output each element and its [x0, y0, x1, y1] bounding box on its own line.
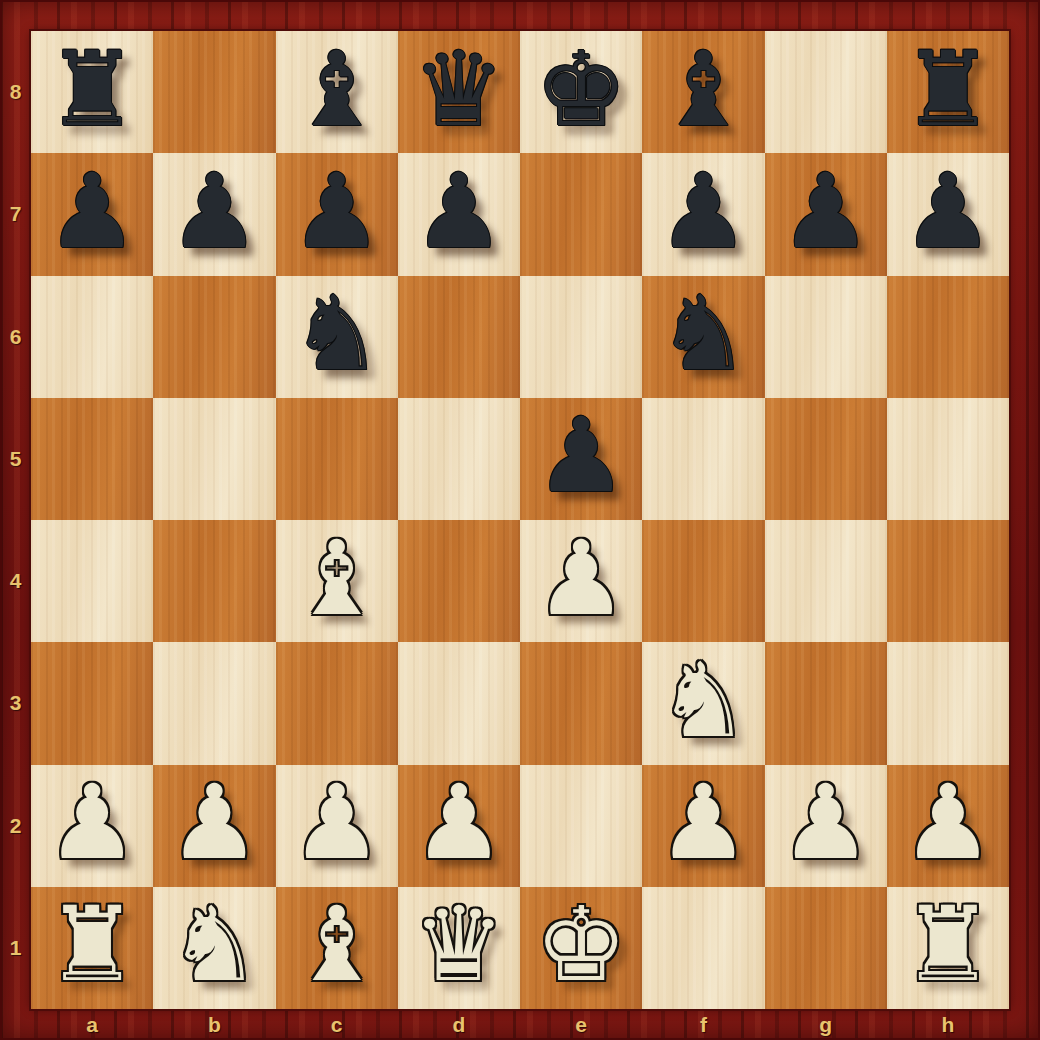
square-e8[interactable]: ♚ [520, 31, 642, 153]
file-label-d: d [398, 1009, 520, 1040]
square-e7[interactable] [520, 153, 642, 275]
white-bishop[interactable]: ♝ [290, 893, 382, 996]
square-a5[interactable] [31, 398, 153, 520]
square-a4[interactable] [31, 520, 153, 642]
square-b3[interactable] [153, 642, 275, 764]
black-pawn[interactable]: ♟ [902, 160, 994, 263]
rank-label-1: 1 [0, 887, 31, 1009]
white-rook[interactable]: ♜ [902, 893, 994, 996]
white-pawn[interactable]: ♟ [657, 771, 749, 874]
square-e1[interactable]: ♚ [520, 887, 642, 1009]
square-f6[interactable]: ♞ [642, 276, 764, 398]
square-d4[interactable] [398, 520, 520, 642]
black-rook[interactable]: ♜ [46, 38, 138, 141]
white-rook[interactable]: ♜ [46, 893, 138, 996]
file-labels: abcdefgh [31, 1009, 1009, 1040]
square-f5[interactable] [642, 398, 764, 520]
chessboard: 87654321 abcdefgh ♜♝♛♚♝♜♟♟♟♟♟♟♟♞♞♟♝♟♞♟♟♟… [0, 0, 1040, 1040]
square-f1[interactable] [642, 887, 764, 1009]
white-pawn[interactable]: ♟ [413, 771, 505, 874]
white-pawn[interactable]: ♟ [168, 771, 260, 874]
square-g3[interactable] [765, 642, 887, 764]
square-c3[interactable] [276, 642, 398, 764]
black-pawn[interactable]: ♟ [535, 404, 627, 507]
rank-label-2: 2 [0, 765, 31, 887]
square-g2[interactable]: ♟ [765, 765, 887, 887]
white-pawn[interactable]: ♟ [535, 527, 627, 630]
square-g1[interactable] [765, 887, 887, 1009]
square-f3[interactable]: ♞ [642, 642, 764, 764]
square-h4[interactable] [887, 520, 1009, 642]
white-bishop[interactable]: ♝ [290, 527, 382, 630]
white-pawn[interactable]: ♟ [902, 771, 994, 874]
square-e6[interactable] [520, 276, 642, 398]
white-pawn[interactable]: ♟ [290, 771, 382, 874]
square-b5[interactable] [153, 398, 275, 520]
square-b7[interactable]: ♟ [153, 153, 275, 275]
square-f7[interactable]: ♟ [642, 153, 764, 275]
file-label-a: a [31, 1009, 153, 1040]
square-h8[interactable]: ♜ [887, 31, 1009, 153]
file-label-g: g [765, 1009, 887, 1040]
black-bishop[interactable]: ♝ [657, 38, 749, 141]
square-g6[interactable] [765, 276, 887, 398]
square-h7[interactable]: ♟ [887, 153, 1009, 275]
file-label-f: f [642, 1009, 764, 1040]
square-e2[interactable] [520, 765, 642, 887]
square-f4[interactable] [642, 520, 764, 642]
square-e4[interactable]: ♟ [520, 520, 642, 642]
rank-label-4: 4 [0, 520, 31, 642]
square-d8[interactable]: ♛ [398, 31, 520, 153]
square-d6[interactable] [398, 276, 520, 398]
square-c1[interactable]: ♝ [276, 887, 398, 1009]
square-a2[interactable]: ♟ [31, 765, 153, 887]
white-pawn[interactable]: ♟ [779, 771, 871, 874]
black-bishop[interactable]: ♝ [290, 38, 382, 141]
black-pawn[interactable]: ♟ [657, 160, 749, 263]
square-b8[interactable] [153, 31, 275, 153]
square-d3[interactable] [398, 642, 520, 764]
square-g5[interactable] [765, 398, 887, 520]
square-c8[interactable]: ♝ [276, 31, 398, 153]
square-a6[interactable] [31, 276, 153, 398]
board-grid: ♜♝♛♚♝♜♟♟♟♟♟♟♟♞♞♟♝♟♞♟♟♟♟♟♟♟♜♞♝♛♚♜ [31, 31, 1009, 1009]
file-label-e: e [520, 1009, 642, 1040]
square-c2[interactable]: ♟ [276, 765, 398, 887]
square-d2[interactable]: ♟ [398, 765, 520, 887]
black-rook[interactable]: ♜ [902, 38, 994, 141]
rank-label-8: 8 [0, 31, 31, 153]
black-pawn[interactable]: ♟ [46, 160, 138, 263]
black-knight[interactable]: ♞ [657, 282, 749, 385]
square-h2[interactable]: ♟ [887, 765, 1009, 887]
square-c6[interactable]: ♞ [276, 276, 398, 398]
square-f8[interactable]: ♝ [642, 31, 764, 153]
square-h3[interactable] [887, 642, 1009, 764]
square-e5[interactable]: ♟ [520, 398, 642, 520]
square-e3[interactable] [520, 642, 642, 764]
square-a7[interactable]: ♟ [31, 153, 153, 275]
file-label-c: c [276, 1009, 398, 1040]
black-king[interactable]: ♚ [535, 38, 627, 141]
square-b6[interactable] [153, 276, 275, 398]
black-pawn[interactable]: ♟ [413, 160, 505, 263]
black-pawn[interactable]: ♟ [168, 160, 260, 263]
rank-label-3: 3 [0, 642, 31, 764]
square-h5[interactable] [887, 398, 1009, 520]
rank-label-6: 6 [0, 276, 31, 398]
square-g4[interactable] [765, 520, 887, 642]
white-knight[interactable]: ♞ [168, 893, 260, 996]
white-queen[interactable]: ♛ [413, 893, 505, 996]
square-h6[interactable] [887, 276, 1009, 398]
square-h1[interactable]: ♜ [887, 887, 1009, 1009]
square-c7[interactable]: ♟ [276, 153, 398, 275]
black-knight[interactable]: ♞ [290, 282, 382, 385]
square-a3[interactable] [31, 642, 153, 764]
square-b1[interactable]: ♞ [153, 887, 275, 1009]
rank-label-5: 5 [0, 398, 31, 520]
black-pawn[interactable]: ♟ [290, 160, 382, 263]
square-f2[interactable]: ♟ [642, 765, 764, 887]
square-a8[interactable]: ♜ [31, 31, 153, 153]
black-pawn[interactable]: ♟ [779, 160, 871, 263]
file-label-b: b [153, 1009, 275, 1040]
square-b4[interactable] [153, 520, 275, 642]
square-d7[interactable]: ♟ [398, 153, 520, 275]
square-c5[interactable] [276, 398, 398, 520]
square-a1[interactable]: ♜ [31, 887, 153, 1009]
square-c4[interactable]: ♝ [276, 520, 398, 642]
file-label-h: h [887, 1009, 1009, 1040]
square-g8[interactable] [765, 31, 887, 153]
black-queen[interactable]: ♛ [413, 38, 505, 141]
rank-label-7: 7 [0, 153, 31, 275]
white-king[interactable]: ♚ [535, 893, 627, 996]
square-g7[interactable]: ♟ [765, 153, 887, 275]
white-knight[interactable]: ♞ [657, 649, 749, 752]
square-d1[interactable]: ♛ [398, 887, 520, 1009]
square-b2[interactable]: ♟ [153, 765, 275, 887]
rank-labels: 87654321 [0, 31, 31, 1009]
square-d5[interactable] [398, 398, 520, 520]
white-pawn[interactable]: ♟ [46, 771, 138, 874]
